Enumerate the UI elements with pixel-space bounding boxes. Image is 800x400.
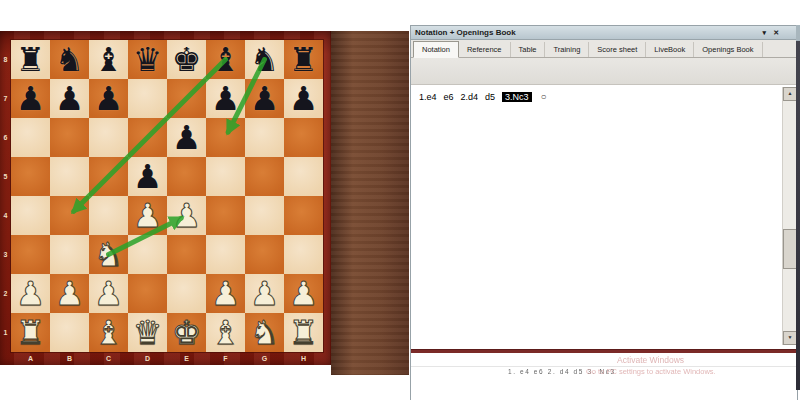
piece-white-king[interactable]: ♚ [167,313,206,352]
square-g3[interactable] [245,235,284,274]
square-e4[interactable]: ♟ [167,196,206,235]
piece-white-pawn[interactable]: ♟ [284,274,323,313]
file-label-c: C [89,353,128,365]
screen: ♜♞♝♛♚♝♞♜♟♟♟♟♟♟♟♟♟♟♞♟♟♟♟♟♟♜♝♛♚♝♞♜ 8765432… [0,0,800,400]
square-b7[interactable]: ♟ [50,79,89,118]
tab-openings-book[interactable]: Openings Book [694,42,762,57]
piece-white-queen[interactable]: ♛ [128,313,167,352]
piece-white-knight[interactable]: ♞ [245,313,284,352]
scroll-up-button[interactable]: ▲ [783,87,797,101]
rank-label-5: 5 [0,157,11,196]
square-f7[interactable]: ♟ [206,79,245,118]
tab-reference[interactable]: Reference [459,42,511,57]
square-e3[interactable] [167,235,206,274]
piece-black-pawn[interactable]: ♟ [206,79,245,118]
piece-black-pawn[interactable]: ♟ [89,79,128,118]
table-background [331,31,409,375]
square-b3[interactable] [50,235,89,274]
rank-label-4: 4 [0,196,11,235]
square-h5[interactable] [284,157,323,196]
rank-label-3: 3 [0,235,11,274]
piece-white-pawn[interactable]: ♟ [89,274,128,313]
piece-black-rook[interactable]: ♜ [11,40,50,79]
square-a5[interactable] [11,157,50,196]
square-c7[interactable]: ♟ [89,79,128,118]
piece-white-pawn[interactable]: ♟ [50,274,89,313]
window-buttons: ▾✕ [763,27,793,38]
piece-white-pawn[interactable]: ♟ [11,274,50,313]
square-g8[interactable]: ♞ [245,40,284,79]
piece-white-rook[interactable]: ♜ [284,313,323,352]
piece-black-queen[interactable]: ♛ [128,40,167,79]
square-f6[interactable] [206,118,245,157]
scroll-down-button[interactable]: ▼ [783,331,797,345]
end-of-line-marker: ○ [541,91,547,102]
square-f8[interactable]: ♝ [206,40,245,79]
file-label-d: D [128,353,167,365]
square-e7[interactable] [167,79,206,118]
piece-black-rook[interactable]: ♜ [284,40,323,79]
piece-white-knight[interactable]: ♞ [89,235,128,274]
piece-black-pawn[interactable]: ♟ [167,118,206,157]
move-token[interactable]: 1.e4 [419,92,437,102]
piece-white-pawn[interactable]: ♟ [167,196,206,235]
square-f5[interactable] [206,157,245,196]
notation-pane: 1.e4e62.d4d53.Nc3○ ▲ ▼ [411,85,797,349]
square-f3[interactable] [206,235,245,274]
square-g5[interactable] [245,157,284,196]
square-a2[interactable]: ♟ [11,274,50,313]
windows-activation-watermark: Activate Windows [617,355,684,365]
square-h6[interactable] [284,118,323,157]
square-d7[interactable] [128,79,167,118]
close-button[interactable]: ✕ [773,27,779,38]
square-e6[interactable]: ♟ [167,118,206,157]
square-h7[interactable]: ♟ [284,79,323,118]
piece-black-pawn[interactable]: ♟ [128,157,167,196]
square-b4[interactable] [50,196,89,235]
rank-label-7: 7 [0,79,11,118]
square-c4[interactable] [89,196,128,235]
piece-black-knight[interactable]: ♞ [245,40,284,79]
square-e8[interactable]: ♚ [167,40,206,79]
piece-black-bishop[interactable]: ♝ [89,40,128,79]
file-label-g: G [245,353,284,365]
piece-white-pawn[interactable]: ♟ [206,274,245,313]
lower-pane: Activate Windows 1. e4 e6 2. d4 d5 3. Nc… [411,353,797,400]
piece-black-knight[interactable]: ♞ [50,40,89,79]
square-g1[interactable]: ♞ [245,313,284,352]
move-token[interactable]: 2.d4 [461,92,479,102]
toolbar-gap [411,58,797,85]
rank-label-2: 2 [0,274,11,313]
square-f4[interactable] [206,196,245,235]
windows-activation-watermark-sub: Go to PC settings to activate Windows. [586,367,716,376]
file-label-b: B [50,353,89,365]
square-d5[interactable]: ♟ [128,157,167,196]
board-squares: ♜♞♝♛♚♝♞♜♟♟♟♟♟♟♟♟♟♟♞♟♟♟♟♟♟♜♝♛♚♝♞♜ [11,40,323,352]
window-title: Notation + Openings Book [415,28,516,37]
square-c2[interactable]: ♟ [89,274,128,313]
square-a1[interactable]: ♜ [11,313,50,352]
square-d4[interactable]: ♟ [128,196,167,235]
tab-livebook[interactable]: LiveBook [646,42,694,57]
square-a6[interactable] [11,118,50,157]
file-label-h: H [284,353,323,365]
file-label-f: F [206,353,245,365]
square-f1[interactable]: ♝ [206,313,245,352]
piece-white-pawn[interactable]: ♟ [128,196,167,235]
outer-scrollbar-strip[interactable] [796,25,800,390]
square-c3[interactable]: ♞ [89,235,128,274]
square-h1[interactable]: ♜ [284,313,323,352]
square-a3[interactable] [11,235,50,274]
piece-black-pawn[interactable]: ♟ [245,79,284,118]
square-h8[interactable]: ♜ [284,40,323,79]
move-token[interactable]: d5 [485,92,495,102]
collapse-button[interactable]: ▾ [763,27,767,38]
scroll-thumb[interactable] [783,229,797,269]
window-titlebar[interactable]: Notation + Openings Book ▾✕ [411,26,797,40]
square-d8[interactable]: ♛ [128,40,167,79]
file-label-e: E [167,353,206,365]
piece-black-king[interactable]: ♚ [167,40,206,79]
square-c8[interactable]: ♝ [89,40,128,79]
square-a8[interactable]: ♜ [11,40,50,79]
square-b1[interactable] [50,313,89,352]
square-c6[interactable] [89,118,128,157]
square-d1[interactable]: ♛ [128,313,167,352]
notation-scrollbar[interactable]: ▲ ▼ [782,87,796,345]
square-d3[interactable] [128,235,167,274]
square-a4[interactable] [11,196,50,235]
square-g7[interactable]: ♟ [245,79,284,118]
rank-label-8: 8 [0,40,11,79]
piece-white-bishop[interactable]: ♝ [89,313,128,352]
square-h3[interactable] [284,235,323,274]
square-e5[interactable] [167,157,206,196]
rank-label-6: 6 [0,118,11,157]
square-g4[interactable] [245,196,284,235]
piece-black-pawn[interactable]: ♟ [11,79,50,118]
square-e1[interactable]: ♚ [167,313,206,352]
piece-black-pawn[interactable]: ♟ [50,79,89,118]
move-token-selected[interactable]: 3.Nc3 [502,92,532,102]
tab-bar: NotationReferenceTableTrainingScore shee… [411,40,797,58]
piece-white-pawn[interactable]: ♟ [245,274,284,313]
move-token[interactable]: e6 [444,92,454,102]
square-g2[interactable]: ♟ [245,274,284,313]
rank-label-1: 1 [0,313,11,352]
tab-notation[interactable]: Notation [413,41,459,58]
square-c5[interactable] [89,157,128,196]
piece-white-rook[interactable]: ♜ [11,313,50,352]
square-h2[interactable]: ♟ [284,274,323,313]
tab-training[interactable]: Training [545,42,589,57]
piece-black-pawn[interactable]: ♟ [284,79,323,118]
square-e2[interactable] [167,274,206,313]
square-g6[interactable] [245,118,284,157]
file-label-a: A [11,353,50,365]
piece-black-bishop[interactable]: ♝ [206,40,245,79]
square-b6[interactable] [50,118,89,157]
piece-white-bishop[interactable]: ♝ [206,313,245,352]
square-a7[interactable]: ♟ [11,79,50,118]
notation-window: Notation + Openings Book ▾✕ NotationRefe… [410,25,798,400]
tab-score-sheet[interactable]: Score sheet [589,42,646,57]
move-list: 1.e4e62.d4d53.Nc3○ [419,91,547,102]
square-b8[interactable]: ♞ [50,40,89,79]
tab-table[interactable]: Table [511,42,546,57]
square-c1[interactable]: ♝ [89,313,128,352]
chess-board: ♜♞♝♛♚♝♞♜♟♟♟♟♟♟♟♟♟♟♞♟♟♟♟♟♟♜♝♛♚♝♞♜ 8765432… [0,31,331,365]
square-f2[interactable]: ♟ [206,274,245,313]
square-b5[interactable] [50,157,89,196]
square-h4[interactable] [284,196,323,235]
square-b2[interactable]: ♟ [50,274,89,313]
square-d2[interactable] [128,274,167,313]
square-d6[interactable] [128,118,167,157]
